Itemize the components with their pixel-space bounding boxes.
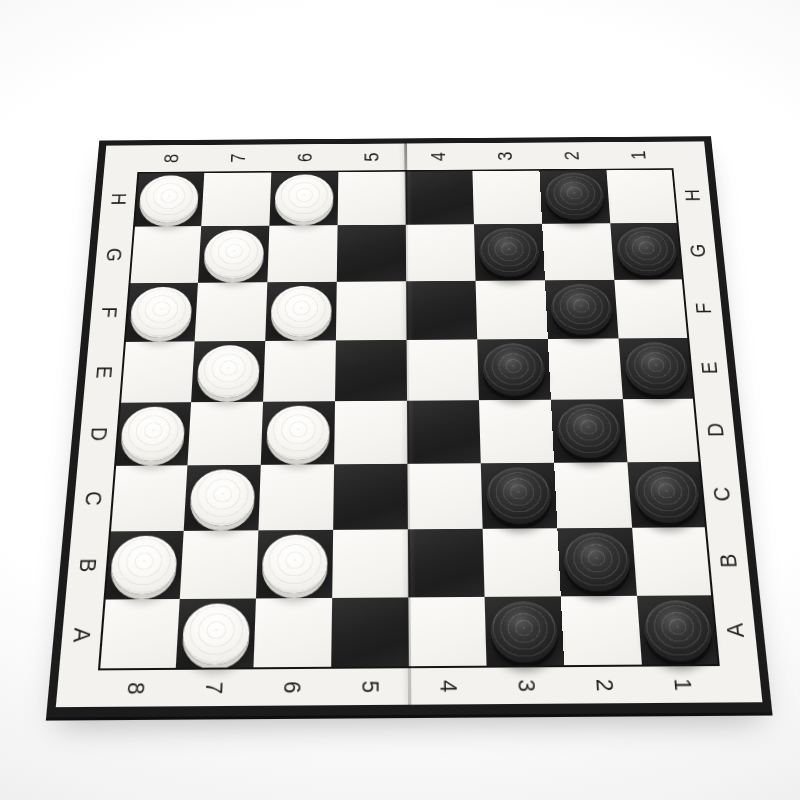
col-label-top-3-text: 3 xyxy=(495,151,516,160)
row-label-right-F-text: F xyxy=(693,303,715,314)
row-label-right-E: E xyxy=(689,338,731,399)
col-label-bottom-6-text: 6 xyxy=(280,681,304,694)
row-label-left-D: D xyxy=(77,403,119,466)
square-A4[interactable] xyxy=(408,597,486,668)
row-label-left-F: F xyxy=(89,283,129,342)
col-label-top-1-text: 1 xyxy=(628,151,649,160)
square-G1[interactable]: ⛂ xyxy=(610,223,683,280)
black-checker-H2[interactable]: ⛂ xyxy=(544,172,605,219)
row-label-left-H: H xyxy=(99,172,137,227)
square-D8[interactable]: ⛀ xyxy=(114,402,191,466)
square-G3[interactable]: ⛂ xyxy=(474,224,545,281)
square-G4[interactable] xyxy=(406,224,476,281)
row-label-left-B: B xyxy=(65,531,108,599)
col-label-top-8: 8 xyxy=(137,145,206,172)
row-label-right-A: A xyxy=(713,595,758,666)
square-A6[interactable] xyxy=(253,598,332,669)
white-checker-D6[interactable]: ⛀ xyxy=(266,406,330,461)
row-label-left-C-text: C xyxy=(81,491,105,506)
col-label-bottom-4: 4 xyxy=(409,668,488,705)
row-label-left-C: C xyxy=(72,466,115,532)
white-checker-C7[interactable]: ⛀ xyxy=(189,469,255,526)
col-label-top-4-text: 4 xyxy=(428,152,449,161)
square-A8[interactable] xyxy=(98,599,180,670)
square-F2[interactable]: ⛂ xyxy=(545,280,619,339)
row-label-right-D-text: D xyxy=(704,423,728,437)
square-F3[interactable] xyxy=(476,280,548,339)
board-corner-top-left xyxy=(104,145,140,172)
square-H6[interactable]: ⛀ xyxy=(269,171,338,226)
square-D4[interactable] xyxy=(407,400,481,464)
square-A5[interactable] xyxy=(331,597,409,668)
black-checker-C1[interactable]: ⛂ xyxy=(633,466,701,523)
square-G2[interactable] xyxy=(542,223,614,280)
square-C4[interactable] xyxy=(407,463,482,529)
col-label-top-6-text: 6 xyxy=(295,153,316,162)
square-B5[interactable] xyxy=(332,529,408,598)
white-checker-H6[interactable]: ⛀ xyxy=(274,174,333,221)
square-F8[interactable]: ⛀ xyxy=(124,283,198,342)
col-label-top-6: 6 xyxy=(271,144,338,171)
square-D7[interactable] xyxy=(187,402,263,466)
row-label-left-D-text: D xyxy=(87,427,110,441)
board-corner-bottom-right xyxy=(720,666,763,703)
square-D5[interactable] xyxy=(334,401,407,465)
col-label-bottom-3: 3 xyxy=(487,667,567,704)
square-E7[interactable]: ⛀ xyxy=(191,341,265,402)
row-label-right-G-text: G xyxy=(687,244,709,258)
black-checker-B2[interactable]: ⛂ xyxy=(563,532,632,591)
row-label-right-H-text: H xyxy=(682,189,704,201)
col-label-bottom-5: 5 xyxy=(331,668,410,705)
col-label-top-1: 1 xyxy=(604,142,673,169)
square-G7[interactable]: ⛀ xyxy=(198,226,269,283)
col-label-bottom-6: 6 xyxy=(252,669,331,706)
col-label-top-2-text: 2 xyxy=(562,151,583,160)
square-E4[interactable] xyxy=(407,339,479,400)
square-B6[interactable]: ⛀ xyxy=(256,530,333,599)
white-checker-A7[interactable]: ⛀ xyxy=(181,603,250,664)
square-D2[interactable]: ⛂ xyxy=(551,399,627,463)
square-D1[interactable] xyxy=(623,399,701,463)
square-C2[interactable] xyxy=(554,462,632,528)
square-G6[interactable] xyxy=(267,225,337,282)
black-checker-E1[interactable]: ⛂ xyxy=(624,342,690,395)
row-label-right-C: C xyxy=(701,461,744,527)
black-checker-A3[interactable]: ⛂ xyxy=(490,601,559,662)
white-checker-F6[interactable]: ⛀ xyxy=(270,286,332,337)
square-F5[interactable] xyxy=(336,281,407,340)
square-A2[interactable] xyxy=(561,596,642,667)
col-label-top-2: 2 xyxy=(538,142,606,169)
square-C6[interactable] xyxy=(258,464,334,530)
square-B2[interactable]: ⛂ xyxy=(557,528,637,597)
square-A3[interactable]: ⛂ xyxy=(485,596,565,667)
col-label-bottom-3-text: 3 xyxy=(514,679,538,692)
board-corner-top-right xyxy=(671,141,707,168)
row-label-left-E: E xyxy=(83,342,124,403)
row-label-left-A: A xyxy=(59,600,103,671)
square-B8[interactable]: ⛀ xyxy=(104,531,184,600)
square-E3[interactable]: ⛂ xyxy=(477,339,551,400)
row-label-left-A-text: A xyxy=(69,627,94,642)
row-label-right-G: G xyxy=(678,223,718,280)
col-label-top-4: 4 xyxy=(405,143,472,170)
black-checker-G3[interactable]: ⛂ xyxy=(479,228,540,277)
col-label-bottom-2-text: 2 xyxy=(592,679,617,692)
square-B4[interactable] xyxy=(408,529,485,598)
white-checker-B6[interactable]: ⛀ xyxy=(261,535,327,594)
square-G8[interactable] xyxy=(129,226,202,283)
row-label-right-A-text: A xyxy=(723,623,748,638)
white-checker-G7[interactable]: ⛀ xyxy=(203,230,265,279)
square-A1[interactable]: ⛂ xyxy=(637,595,720,666)
row-label-left-F-text: F xyxy=(98,307,120,318)
black-checker-A1[interactable]: ⛂ xyxy=(643,600,714,661)
col-label-top-8-text: 8 xyxy=(161,154,182,163)
square-H3[interactable] xyxy=(472,169,542,224)
square-C3[interactable]: ⛂ xyxy=(481,463,558,529)
square-C8[interactable] xyxy=(109,465,188,531)
square-E2[interactable] xyxy=(548,338,623,399)
col-label-bottom-2: 2 xyxy=(564,667,644,704)
row-label-left-B-text: B xyxy=(75,558,99,572)
square-E6[interactable] xyxy=(263,340,336,401)
square-F1[interactable] xyxy=(614,279,689,338)
square-C1[interactable]: ⛂ xyxy=(627,462,706,528)
col-label-bottom-5-text: 5 xyxy=(358,680,382,693)
white-checker-D8[interactable]: ⛀ xyxy=(120,407,186,462)
white-checker-E7[interactable]: ⛀ xyxy=(196,345,260,398)
col-label-bottom-8: 8 xyxy=(95,670,176,707)
square-C7[interactable]: ⛀ xyxy=(184,465,261,531)
col-label-top-7: 7 xyxy=(204,144,272,171)
square-E1[interactable]: ⛂ xyxy=(619,338,695,399)
col-label-top-3: 3 xyxy=(472,143,540,170)
col-label-bottom-7-text: 7 xyxy=(201,681,225,694)
black-checker-G1[interactable]: ⛂ xyxy=(615,227,678,276)
col-label-bottom-8-text: 8 xyxy=(123,682,148,695)
square-H8[interactable]: ⛀ xyxy=(133,172,204,227)
col-label-top-5: 5 xyxy=(338,144,405,171)
square-H7[interactable] xyxy=(201,171,271,226)
square-E8[interactable] xyxy=(119,341,194,402)
square-H5[interactable] xyxy=(338,170,406,225)
square-B1[interactable] xyxy=(632,527,713,596)
row-label-right-B: B xyxy=(707,527,751,595)
white-checker-H8[interactable]: ⛀ xyxy=(138,175,199,222)
square-B3[interactable] xyxy=(483,528,561,597)
square-F7[interactable] xyxy=(195,282,268,341)
white-checker-B8[interactable]: ⛀ xyxy=(109,536,178,595)
square-H2[interactable]: ⛂ xyxy=(539,169,610,224)
black-checker-C3[interactable]: ⛂ xyxy=(486,467,552,524)
col-label-bottom-1-text: 1 xyxy=(670,678,695,691)
square-B7[interactable] xyxy=(180,530,259,599)
col-label-bottom-7: 7 xyxy=(174,669,254,706)
row-label-right-D: D xyxy=(695,398,738,461)
board-corner-bottom-left xyxy=(56,670,98,707)
row-label-right-F: F xyxy=(684,279,725,338)
row-label-left-E-text: E xyxy=(92,366,115,379)
white-checker-F8[interactable]: ⛀ xyxy=(129,287,193,338)
row-label-left-H-text: H xyxy=(107,193,129,205)
square-F4[interactable] xyxy=(406,281,477,340)
square-F6[interactable]: ⛀ xyxy=(265,282,337,341)
black-checker-F2[interactable]: ⛂ xyxy=(550,284,613,335)
row-label-left-G: G xyxy=(94,227,133,284)
row-label-right-B-text: B xyxy=(717,554,741,568)
black-checker-E3[interactable]: ⛂ xyxy=(482,343,545,396)
square-H1[interactable] xyxy=(606,168,678,223)
col-label-top-7-text: 7 xyxy=(228,153,249,162)
square-D3[interactable] xyxy=(479,400,554,464)
square-E5[interactable] xyxy=(335,340,407,401)
row-label-right-H: H xyxy=(673,168,712,223)
col-label-bottom-1: 1 xyxy=(642,666,723,703)
square-D6[interactable]: ⛀ xyxy=(261,401,335,465)
col-label-bottom-4-text: 4 xyxy=(436,680,460,693)
square-H4[interactable] xyxy=(405,170,474,225)
black-checker-D2[interactable]: ⛂ xyxy=(556,404,622,459)
square-G5[interactable] xyxy=(337,225,406,282)
row-label-right-E-text: E xyxy=(698,362,721,375)
row-label-right-C-text: C xyxy=(710,487,734,502)
photo-stage: 87654321H⛀⛀⛂HG⛀⛂⛂GF⛀⛀⛂FE⛀⛂⛂ED⛀⛀⛂DC⛀⛂⛂CB⛀… xyxy=(42,112,772,692)
checkers-board: 87654321H⛀⛀⛂HG⛀⛂⛂GF⛀⛀⛂FE⛀⛂⛂ED⛀⛀⛂DC⛀⛂⛂CB⛀… xyxy=(46,136,772,717)
square-C5[interactable] xyxy=(333,464,408,530)
col-label-top-5-text: 5 xyxy=(362,152,382,161)
row-label-left-G-text: G xyxy=(103,248,125,262)
square-A7[interactable]: ⛀ xyxy=(176,598,256,669)
